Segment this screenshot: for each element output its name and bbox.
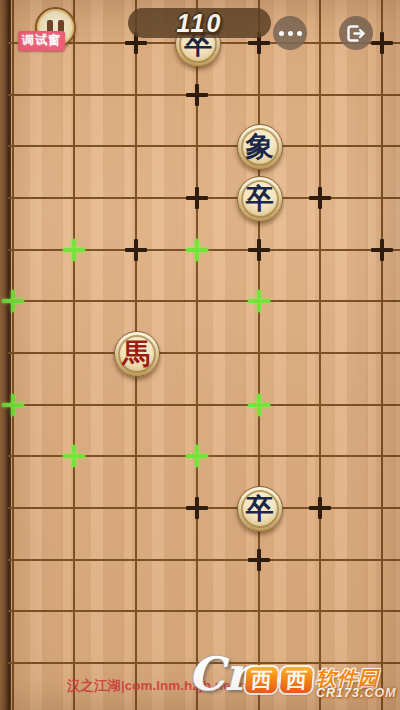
site-logo: Cr 西 西 软件园 CR173.COM — [188, 655, 393, 705]
grid-rank-line-1 — [8, 94, 400, 96]
grid-file-line-1 — [73, 0, 75, 710]
ellipsis-icon — [279, 31, 302, 36]
logo-domain: CR173.COM — [316, 686, 397, 700]
piece-red-horse[interactable]: 馬 — [114, 331, 160, 377]
piece-glyph: 象 — [246, 125, 274, 169]
piece-black-soldier[interactable]: 卒 — [237, 486, 283, 532]
grid-rank-line-6 — [8, 352, 400, 354]
grid-rank-line-11 — [8, 610, 400, 612]
game-screen: 卒象卒馬卒 调试窗 110 汉之江湖|com.lnm.hzjh.nearme.g… — [0, 0, 400, 710]
exit-button[interactable] — [339, 16, 373, 50]
timer-pill: 110 — [128, 8, 271, 38]
grid-rank-line-10 — [8, 559, 400, 561]
grid-rank-line-9 — [8, 507, 400, 509]
edge-vignette — [0, 0, 400, 710]
piece-glyph: 卒 — [246, 487, 274, 531]
logout-icon — [346, 24, 366, 43]
grid-rank-line-3 — [8, 197, 400, 199]
logo-cr-monogram: Cr — [188, 651, 249, 697]
timer-value: 110 — [177, 9, 223, 38]
grid-rank-line-4 — [8, 249, 400, 251]
grid-file-line-6 — [381, 0, 383, 710]
piece-black-elephant[interactable]: 象 — [237, 124, 283, 170]
board-left-edge — [0, 0, 11, 710]
grid-rank-line-2 — [8, 145, 400, 147]
piece-black-soldier[interactable]: 卒 — [237, 176, 283, 222]
piece-glyph: 卒 — [246, 177, 274, 221]
grid-file-line-4 — [258, 0, 260, 710]
more-options-button[interactable] — [273, 16, 307, 50]
grid-rank-line-5 — [8, 300, 400, 302]
logo-tile-xi-1: 西 — [245, 667, 278, 693]
grid-file-line-3 — [196, 0, 198, 710]
piece-glyph: 馬 — [123, 332, 151, 376]
grid-rank-line-7 — [8, 404, 400, 406]
grid-file-line-0 — [12, 0, 14, 710]
grid-rank-line-8 — [8, 455, 400, 457]
debug-window-badge[interactable]: 调试窗 — [18, 31, 65, 51]
logo-tile-xi-2: 西 — [280, 667, 313, 693]
grid-file-line-5 — [319, 0, 321, 710]
